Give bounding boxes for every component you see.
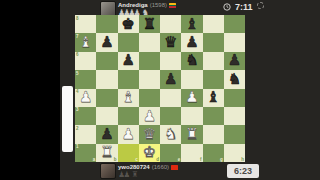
square-e7[interactable]: ♛ [160,33,181,51]
square-h5[interactable]: ♞ [224,70,245,88]
square-c3[interactable] [118,107,139,125]
square-f8[interactable]: ♝ [181,15,202,33]
square-b2[interactable]: ♟ [96,125,117,143]
captured-piece-group: ♜ [131,171,136,179]
rank-label-1: 1 [76,144,79,149]
square-h7[interactable] [224,33,245,51]
square-b4[interactable] [96,89,117,107]
white-bishop-c4[interactable]: ♝ [118,89,139,107]
square-d5[interactable] [139,70,160,88]
square-h6[interactable]: ♟ [224,52,245,70]
square-f1[interactable]: f [181,144,202,162]
file-label-e: e [178,157,181,162]
square-a8[interactable]: 8 [75,15,96,33]
square-c4[interactable]: ♝ [118,89,139,107]
bottom-captured-tray: ♟♟♜ [118,171,137,179]
rank-label-3: 3 [76,107,79,112]
square-d8[interactable]: ♜ [139,15,160,33]
bottom-player-rating: (1660) [152,164,169,171]
square-g1[interactable]: g [203,144,224,162]
square-b5[interactable] [96,70,117,88]
square-h2[interactable] [224,125,245,143]
top-player-bar: Andrediga (1598) ♟♟♟♟♞ 7:11 [60,0,320,16]
black-pawn-f7[interactable]: ♟ [181,33,202,51]
square-b7[interactable]: ♟ [96,33,117,51]
bottom-player-flag-icon [171,165,178,170]
square-f4[interactable]: ♟ [181,89,202,107]
square-b8[interactable] [96,15,117,33]
bottom-player-avatar[interactable] [100,163,116,179]
white-rook-f2[interactable]: ♜ [181,125,202,143]
white-king-d1[interactable]: ♚ [139,144,160,162]
white-pawn-d3[interactable]: ♟ [139,107,160,125]
black-bishop-f8[interactable]: ♝ [181,15,202,33]
white-bishop-a7[interactable]: ♝ [75,33,96,51]
bottom-clock-time: 6:23 [234,166,252,176]
square-h3[interactable] [224,107,245,125]
square-f3[interactable] [181,107,202,125]
rank-label-6: 6 [76,52,79,57]
square-c2[interactable]: ♟ [118,125,139,143]
black-pawn-b2[interactable]: ♟ [96,125,117,143]
square-h8[interactable] [224,15,245,33]
square-g4[interactable]: ♝ [203,89,224,107]
square-h4[interactable] [224,89,245,107]
black-pawn-b7[interactable]: ♟ [96,33,117,51]
square-b3[interactable] [96,107,117,125]
bottom-player-bar: ywo280724 (1660) ♟♟♜ 6:23 [60,162,320,180]
clock-icon [223,3,231,11]
rank-label-2: 2 [76,126,79,131]
square-g3[interactable] [203,107,224,125]
square-d7[interactable] [139,33,160,51]
top-player-rating: (1598) [150,2,167,9]
black-rook-d8[interactable]: ♜ [139,15,160,33]
square-a1[interactable]: 1a [75,144,96,162]
black-bishop-g4[interactable]: ♝ [203,89,224,107]
square-d6[interactable] [139,52,160,70]
square-c6[interactable]: ♟ [118,52,139,70]
top-clock: 7:11 [223,2,253,12]
square-g2[interactable] [203,125,224,143]
square-f7[interactable]: ♟ [181,33,202,51]
square-g6[interactable] [203,52,224,70]
white-pawn-c2[interactable]: ♟ [118,125,139,143]
square-g8[interactable] [203,15,224,33]
square-e2[interactable]: ♞ [160,125,181,143]
rank-label-8: 8 [76,16,79,21]
square-c8[interactable]: ♚ [118,15,139,33]
square-e3[interactable] [160,107,181,125]
square-g5[interactable] [203,70,224,88]
square-d4[interactable] [139,89,160,107]
white-knight-e2[interactable]: ♞ [160,125,181,143]
white-rook-b1[interactable]: ♜ [96,144,117,162]
file-label-h: h [241,157,244,162]
file-label-g: g [220,157,223,162]
square-e4[interactable] [160,89,181,107]
black-king-c8[interactable]: ♚ [118,15,139,33]
square-f2[interactable]: ♜ [181,125,202,143]
file-label-f: f [200,157,202,162]
settings-gear-icon[interactable] [257,2,264,9]
square-e5[interactable]: ♟ [160,70,181,88]
black-pawn-c6[interactable]: ♟ [118,52,139,70]
black-knight-f6[interactable]: ♞ [181,52,202,70]
square-d3[interactable]: ♟ [139,107,160,125]
square-e8[interactable] [160,15,181,33]
square-g7[interactable] [203,33,224,51]
square-d1[interactable]: d♚ [139,144,160,162]
square-a4[interactable]: 4♟ [75,89,96,107]
file-label-a: a [93,157,96,162]
file-label-c: c [135,157,138,162]
square-c7[interactable] [118,33,139,51]
white-pawn-f4[interactable]: ♟ [181,89,202,107]
side-white-strip [62,86,73,152]
top-player-flag-icon [169,3,176,8]
game-screen: Andrediga (1598) ♟♟♟♟♞ 7:11 8♚♜♝7♝♟♛♟6♟♞… [0,0,320,180]
square-f6[interactable]: ♞ [181,52,202,70]
white-queen-d2[interactable]: ♛ [139,125,160,143]
bottom-clock: 6:23 [227,164,259,178]
rank-label-5: 5 [76,71,79,76]
square-e6[interactable] [160,52,181,70]
app-content: Andrediga (1598) ♟♟♟♟♞ 7:11 8♚♜♝7♝♟♛♟6♟♞… [60,0,320,180]
square-a3[interactable]: 3 [75,107,96,125]
square-b1[interactable]: b♜ [96,144,117,162]
chess-board: 8♚♜♝7♝♟♛♟6♟♞♟5♟♞4♟♝♟♝3♟2♟♟♛♞♜1ab♜cd♚efgh [75,15,245,162]
black-knight-h5[interactable]: ♞ [224,70,245,88]
square-b6[interactable] [96,52,117,70]
white-pawn-a4[interactable]: ♟ [75,89,96,107]
square-a5[interactable]: 5 [75,70,96,88]
square-d2[interactable]: ♛ [139,125,160,143]
square-c5[interactable] [118,70,139,88]
black-queen-e7[interactable]: ♛ [160,33,181,51]
captured-piece-group: ♟♟ [118,171,128,179]
top-clock-time: 7:11 [235,2,253,12]
square-a2[interactable]: 2 [75,125,96,143]
black-pawn-e5[interactable]: ♟ [160,70,181,88]
square-a6[interactable]: 6 [75,52,96,70]
square-a7[interactable]: 7♝ [75,33,96,51]
square-h1[interactable]: h [224,144,245,162]
square-c1[interactable]: c [118,144,139,162]
square-e1[interactable]: e [160,144,181,162]
black-pawn-h6[interactable]: ♟ [224,52,245,70]
square-f5[interactable] [181,70,202,88]
